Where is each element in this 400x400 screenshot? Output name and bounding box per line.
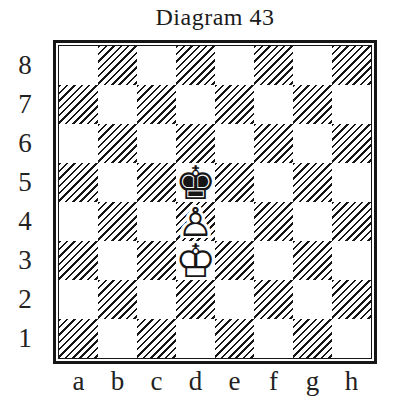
square-f4 bbox=[254, 202, 293, 241]
square-f2 bbox=[254, 280, 293, 319]
square-a1 bbox=[59, 319, 98, 358]
square-d4: ♟♙ bbox=[176, 202, 215, 241]
square-g7 bbox=[293, 85, 332, 124]
rank-label-1: 1 bbox=[6, 319, 44, 358]
square-b6 bbox=[98, 124, 137, 163]
square-g3 bbox=[293, 241, 332, 280]
square-h4 bbox=[332, 202, 371, 241]
square-d5: ♚ bbox=[176, 163, 215, 202]
board-inner-border: ♚♟♙♚♔ bbox=[58, 45, 372, 359]
square-e4 bbox=[215, 202, 254, 241]
square-a7 bbox=[59, 85, 98, 124]
square-g2 bbox=[293, 280, 332, 319]
board-grid: ♚♟♙♚♔ bbox=[59, 46, 371, 358]
rank-label-6: 6 bbox=[6, 124, 44, 163]
square-h8 bbox=[332, 46, 371, 85]
square-g5 bbox=[293, 163, 332, 202]
diagram-title: Diagram 43 bbox=[53, 4, 377, 31]
square-b4 bbox=[98, 202, 137, 241]
file-label-f: f bbox=[254, 365, 293, 397]
square-f3 bbox=[254, 241, 293, 280]
file-label-h: h bbox=[332, 365, 371, 397]
rank-label-4: 4 bbox=[6, 202, 44, 241]
square-g8 bbox=[293, 46, 332, 85]
piece-white-king: ♔ bbox=[176, 241, 215, 280]
square-h6 bbox=[332, 124, 371, 163]
square-c3 bbox=[137, 241, 176, 280]
square-b7 bbox=[98, 85, 137, 124]
square-f1 bbox=[254, 319, 293, 358]
white-pawn-fill: ♟ bbox=[176, 202, 215, 241]
square-e1 bbox=[215, 319, 254, 358]
chess-board: ♚♟♙♚♔ bbox=[53, 40, 377, 364]
square-c7 bbox=[137, 85, 176, 124]
square-a6 bbox=[59, 124, 98, 163]
square-f8 bbox=[254, 46, 293, 85]
square-f7 bbox=[254, 85, 293, 124]
square-d7 bbox=[176, 85, 215, 124]
square-d3: ♚♔ bbox=[176, 241, 215, 280]
square-e7 bbox=[215, 85, 254, 124]
square-d2 bbox=[176, 280, 215, 319]
square-f5 bbox=[254, 163, 293, 202]
square-h1 bbox=[332, 319, 371, 358]
square-g1 bbox=[293, 319, 332, 358]
piece-black-king: ♚ bbox=[176, 163, 215, 202]
file-label-b: b bbox=[98, 365, 137, 397]
square-e2 bbox=[215, 280, 254, 319]
square-a8 bbox=[59, 46, 98, 85]
square-e6 bbox=[215, 124, 254, 163]
rank-label-7: 7 bbox=[6, 85, 44, 124]
square-f6 bbox=[254, 124, 293, 163]
file-label-c: c bbox=[137, 365, 176, 397]
file-labels: abcdefgh bbox=[59, 365, 371, 397]
square-c5 bbox=[137, 163, 176, 202]
file-label-e: e bbox=[215, 365, 254, 397]
square-h7 bbox=[332, 85, 371, 124]
square-e8 bbox=[215, 46, 254, 85]
square-e3 bbox=[215, 241, 254, 280]
square-a3 bbox=[59, 241, 98, 280]
square-b1 bbox=[98, 319, 137, 358]
square-c8 bbox=[137, 46, 176, 85]
square-b2 bbox=[98, 280, 137, 319]
square-b5 bbox=[98, 163, 137, 202]
rank-label-5: 5 bbox=[6, 163, 44, 202]
square-c6 bbox=[137, 124, 176, 163]
piece-white-pawn: ♙ bbox=[176, 202, 215, 241]
square-g6 bbox=[293, 124, 332, 163]
square-b8 bbox=[98, 46, 137, 85]
square-b3 bbox=[98, 241, 137, 280]
square-c2 bbox=[137, 280, 176, 319]
square-g4 bbox=[293, 202, 332, 241]
square-c4 bbox=[137, 202, 176, 241]
white-king-fill: ♚ bbox=[176, 241, 215, 280]
square-c1 bbox=[137, 319, 176, 358]
square-h3 bbox=[332, 241, 371, 280]
rank-label-2: 2 bbox=[6, 280, 44, 319]
square-d1 bbox=[176, 319, 215, 358]
square-h2 bbox=[332, 280, 371, 319]
file-label-g: g bbox=[293, 365, 332, 397]
square-a2 bbox=[59, 280, 98, 319]
square-e5 bbox=[215, 163, 254, 202]
square-a5 bbox=[59, 163, 98, 202]
square-a4 bbox=[59, 202, 98, 241]
square-d6 bbox=[176, 124, 215, 163]
square-h5 bbox=[332, 163, 371, 202]
square-d8 bbox=[176, 46, 215, 85]
file-label-a: a bbox=[59, 365, 98, 397]
rank-label-3: 3 bbox=[6, 241, 44, 280]
rank-labels: 87654321 bbox=[6, 46, 44, 358]
file-label-d: d bbox=[176, 365, 215, 397]
rank-label-8: 8 bbox=[6, 46, 44, 85]
